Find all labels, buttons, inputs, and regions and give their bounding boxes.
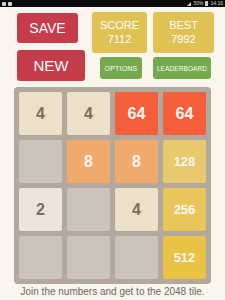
tile-8: 8: [67, 140, 110, 183]
tile-8: 8: [115, 140, 158, 183]
leaderboard-button[interactable]: LEADERBOARD: [153, 57, 211, 79]
tile-64: 64: [163, 92, 206, 135]
tile-4: 4: [67, 92, 110, 135]
empty-cell: [67, 188, 110, 231]
empty-cell: [19, 236, 62, 279]
board-grid[interactable]: 4464648812824256512: [14, 87, 211, 284]
tile-256: 256: [163, 188, 206, 231]
usb-icon: [8, 2, 12, 6]
best-value: 7992: [171, 33, 195, 47]
status-bar: 50% 14:16: [0, 0, 225, 7]
battery-percent: 50%: [193, 0, 203, 7]
tile-128: 128: [163, 140, 206, 183]
tile-512: 512: [163, 236, 206, 279]
save-button[interactable]: SAVE: [17, 13, 78, 43]
best-box: BEST 7992: [153, 12, 214, 53]
empty-cell: [67, 236, 110, 279]
empty-cell: [19, 140, 62, 183]
options-button[interactable]: OPTIONS: [100, 57, 142, 79]
tile-4: 4: [115, 188, 158, 231]
signal-icon: [187, 2, 191, 6]
status-time: 14:16: [210, 0, 223, 7]
best-label: BEST: [169, 19, 198, 33]
battery-icon: [205, 1, 208, 6]
footer-instruction: Join the numbers and get to the 2048 til…: [0, 286, 225, 297]
empty-cell: [115, 236, 158, 279]
tile-64: 64: [115, 92, 158, 135]
score-box: SCORE 7112: [92, 12, 147, 53]
notification-icon: [2, 2, 6, 6]
tile-2: 2: [19, 188, 62, 231]
tile-4: 4: [19, 92, 62, 135]
score-label: SCORE: [100, 19, 139, 33]
new-game-button[interactable]: NEW: [17, 50, 85, 81]
score-value: 7112: [108, 33, 132, 47]
